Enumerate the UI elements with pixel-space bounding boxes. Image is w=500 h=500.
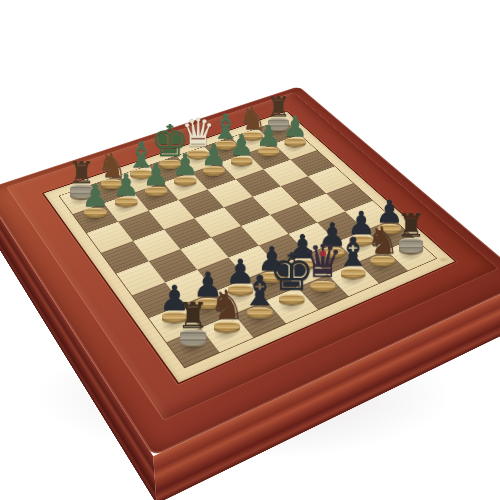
piece-black-rook-h8: ♜ (168, 280, 218, 348)
chess-board-3d: ♜♞♝♛♚♝♞♜♟♟♟♟♟♟♟♟♟♟♟♟♟♟♟♟♜♞♝♛♚♝♞♜ (6, 92, 499, 420)
chess-set-photo: ♜♞♝♛♚♝♞♜♟♟♟♟♟♟♟♟♟♟♟♟♟♟♟♟♜♞♝♛♚♝♞♜ (0, 0, 500, 500)
rook-glyph: ♜ (168, 297, 218, 333)
red-bodice-accent (319, 251, 326, 257)
